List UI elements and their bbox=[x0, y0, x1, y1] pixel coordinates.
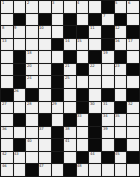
white-cell[interactable] bbox=[115, 76, 127, 88]
white-cell[interactable]: 6 bbox=[127, 1, 139, 13]
white-cell[interactable]: 43 bbox=[14, 152, 26, 164]
black-cell bbox=[14, 64, 26, 76]
white-cell[interactable]: 41 bbox=[64, 139, 76, 151]
white-cell[interactable] bbox=[89, 39, 101, 51]
clue-number: 36 bbox=[2, 127, 7, 131]
clue-number: 44 bbox=[90, 152, 95, 156]
white-cell[interactable] bbox=[52, 114, 64, 126]
clue-number: 3 bbox=[52, 1, 54, 5]
clue-number: 42 bbox=[2, 152, 7, 156]
clue-number: 30 bbox=[90, 102, 95, 106]
white-cell[interactable] bbox=[77, 14, 89, 26]
black-cell bbox=[102, 26, 114, 38]
black-cell bbox=[102, 89, 114, 101]
white-cell[interactable]: 47 bbox=[39, 164, 51, 176]
white-cell[interactable]: 30 bbox=[89, 102, 101, 114]
white-cell[interactable]: 32 bbox=[127, 102, 139, 114]
black-cell bbox=[64, 26, 76, 38]
clue-number: 46 bbox=[2, 164, 7, 168]
clue-number: 37 bbox=[39, 127, 44, 131]
black-cell bbox=[115, 139, 127, 151]
clue-number: 20 bbox=[27, 64, 32, 68]
clue-number: 12 bbox=[115, 26, 120, 30]
black-cell bbox=[14, 76, 26, 88]
clue-number: 19 bbox=[103, 51, 108, 55]
clue-number: 8 bbox=[2, 26, 4, 30]
white-cell[interactable] bbox=[102, 164, 114, 176]
white-cell[interactable] bbox=[14, 127, 26, 139]
white-cell[interactable] bbox=[52, 14, 64, 26]
clue-number: 31 bbox=[103, 102, 108, 106]
white-cell[interactable]: 24 bbox=[26, 76, 38, 88]
black-cell bbox=[14, 51, 26, 63]
black-cell bbox=[52, 64, 64, 76]
clue-number: 24 bbox=[27, 76, 32, 80]
white-cell[interactable] bbox=[39, 64, 51, 76]
black-cell bbox=[64, 51, 76, 63]
black-cell bbox=[127, 26, 139, 38]
white-cell[interactable] bbox=[127, 127, 139, 139]
white-cell[interactable]: 3 bbox=[52, 1, 64, 13]
clue-number: 7 bbox=[103, 14, 105, 18]
white-cell[interactable] bbox=[1, 76, 13, 88]
clue-number: 14 bbox=[65, 39, 70, 43]
clue-number: 38 bbox=[65, 127, 70, 131]
puzzle-page: 1234567891011121314151617181920212223242… bbox=[0, 0, 140, 177]
white-cell[interactable]: 2 bbox=[26, 1, 38, 13]
black-cell bbox=[89, 14, 101, 26]
white-cell[interactable]: 31 bbox=[102, 102, 114, 114]
white-cell[interactable]: 1 bbox=[1, 1, 13, 13]
white-cell[interactable]: 46 bbox=[1, 164, 13, 176]
white-cell[interactable] bbox=[26, 26, 38, 38]
white-cell[interactable] bbox=[89, 76, 101, 88]
white-cell[interactable]: 10 bbox=[39, 26, 51, 38]
white-cell[interactable] bbox=[127, 114, 139, 126]
white-cell[interactable]: 39 bbox=[102, 127, 114, 139]
clue-number: 23 bbox=[115, 64, 120, 68]
white-cell[interactable]: 12 bbox=[115, 26, 127, 38]
black-cell bbox=[89, 51, 101, 63]
black-cell bbox=[77, 152, 89, 164]
black-cell bbox=[64, 114, 76, 126]
white-cell[interactable]: 29 bbox=[52, 102, 64, 114]
black-cell bbox=[77, 89, 89, 101]
white-cell[interactable] bbox=[52, 164, 64, 176]
clue-number: 15 bbox=[77, 39, 82, 43]
white-cell[interactable] bbox=[77, 139, 89, 151]
clue-number: 11 bbox=[90, 26, 95, 30]
clue-number: 21 bbox=[65, 64, 70, 68]
clue-number: 40 bbox=[27, 139, 32, 143]
white-cell[interactable] bbox=[77, 76, 89, 88]
white-cell[interactable]: 27 bbox=[1, 102, 13, 114]
white-cell[interactable]: 36 bbox=[1, 127, 13, 139]
clue-number: 39 bbox=[103, 127, 108, 131]
clue-number: 28 bbox=[27, 102, 32, 106]
black-cell bbox=[26, 164, 38, 176]
white-cell[interactable]: 16 bbox=[115, 39, 127, 51]
white-cell[interactable] bbox=[64, 152, 76, 164]
black-cell bbox=[127, 64, 139, 76]
white-cell[interactable] bbox=[39, 139, 51, 151]
crossword-grid: 1234567891011121314151617181920212223242… bbox=[0, 0, 140, 177]
white-cell[interactable]: 34 bbox=[102, 114, 114, 126]
black-cell bbox=[89, 139, 101, 151]
black-cell bbox=[1, 89, 13, 101]
black-cell bbox=[52, 139, 64, 151]
clue-number: 35 bbox=[115, 114, 120, 118]
white-cell[interactable] bbox=[14, 39, 26, 51]
clue-number: 16 bbox=[115, 39, 120, 43]
white-cell[interactable]: 28 bbox=[26, 102, 38, 114]
clue-number: 29 bbox=[52, 102, 57, 106]
white-cell[interactable] bbox=[64, 89, 76, 101]
white-cell[interactable] bbox=[26, 14, 38, 26]
white-cell[interactable] bbox=[102, 64, 114, 76]
white-cell[interactable] bbox=[64, 1, 76, 13]
white-cell[interactable]: 17 bbox=[127, 39, 139, 51]
clue-number: 9 bbox=[14, 26, 16, 30]
white-cell[interactable] bbox=[39, 152, 51, 164]
black-cell bbox=[64, 14, 76, 26]
black-cell bbox=[127, 152, 139, 164]
clue-number: 13 bbox=[2, 39, 7, 43]
black-cell bbox=[52, 127, 64, 139]
clue-number: 10 bbox=[39, 26, 44, 30]
clue-number: 6 bbox=[128, 1, 130, 5]
white-cell[interactable] bbox=[127, 76, 139, 88]
black-cell bbox=[115, 14, 127, 26]
clue-number: 18 bbox=[27, 51, 32, 55]
white-cell[interactable]: 26 bbox=[14, 89, 26, 101]
white-cell[interactable] bbox=[39, 1, 51, 13]
clue-number: 22 bbox=[90, 64, 95, 68]
white-cell[interactable] bbox=[64, 102, 76, 114]
white-cell[interactable] bbox=[89, 1, 101, 13]
white-cell[interactable] bbox=[77, 51, 89, 63]
clue-number: 2 bbox=[27, 1, 29, 5]
black-cell bbox=[52, 89, 64, 101]
white-cell[interactable] bbox=[1, 139, 13, 151]
black-cell bbox=[89, 114, 101, 126]
white-cell[interactable] bbox=[52, 26, 64, 38]
clue-number: 1 bbox=[2, 1, 4, 5]
black-cell bbox=[77, 64, 89, 76]
white-cell[interactable] bbox=[52, 51, 64, 63]
white-cell[interactable]: 35 bbox=[115, 114, 127, 126]
white-cell[interactable]: 38 bbox=[64, 127, 76, 139]
white-cell[interactable] bbox=[14, 1, 26, 13]
white-cell[interactable]: 48 bbox=[77, 164, 89, 176]
white-cell[interactable] bbox=[14, 164, 26, 176]
white-cell[interactable] bbox=[39, 51, 51, 63]
white-cell[interactable]: 5 bbox=[115, 1, 127, 13]
clue-number: 33 bbox=[77, 114, 82, 118]
white-cell[interactable] bbox=[26, 152, 38, 164]
clue-number: 17 bbox=[128, 39, 133, 43]
white-cell[interactable]: 40 bbox=[26, 139, 38, 151]
clue-number: 45 bbox=[115, 152, 120, 156]
clue-number: 34 bbox=[103, 114, 108, 118]
clue-number: 48 bbox=[77, 164, 82, 168]
white-cell[interactable] bbox=[127, 51, 139, 63]
black-cell bbox=[26, 89, 38, 101]
clue-number: 27 bbox=[2, 102, 7, 106]
black-cell bbox=[14, 14, 26, 26]
clue-number: 4 bbox=[77, 1, 79, 5]
white-cell[interactable]: 9 bbox=[14, 26, 26, 38]
white-cell[interactable]: 4 bbox=[77, 1, 89, 13]
white-cell[interactable] bbox=[127, 139, 139, 151]
white-cell[interactable]: 13 bbox=[1, 39, 13, 51]
white-cell[interactable] bbox=[1, 64, 13, 76]
white-cell[interactable] bbox=[102, 139, 114, 151]
white-cell[interactable]: 42 bbox=[1, 152, 13, 164]
white-cell[interactable] bbox=[26, 114, 38, 126]
white-cell[interactable] bbox=[89, 164, 101, 176]
white-cell[interactable]: 44 bbox=[89, 152, 101, 164]
white-cell[interactable]: 21 bbox=[64, 64, 76, 76]
clue-number: 5 bbox=[115, 1, 117, 5]
white-cell[interactable] bbox=[102, 76, 114, 88]
white-cell[interactable] bbox=[115, 89, 127, 101]
black-cell bbox=[39, 114, 51, 126]
white-cell[interactable] bbox=[1, 114, 13, 126]
black-cell bbox=[102, 39, 114, 51]
black-cell bbox=[52, 39, 64, 51]
white-cell[interactable] bbox=[127, 164, 139, 176]
white-cell[interactable]: 8 bbox=[1, 26, 13, 38]
clue-number: 26 bbox=[14, 89, 19, 93]
white-cell[interactable] bbox=[39, 76, 51, 88]
black-cell bbox=[115, 51, 127, 63]
white-cell[interactable] bbox=[77, 127, 89, 139]
clue-number: 32 bbox=[128, 102, 133, 106]
black-cell bbox=[77, 26, 89, 38]
white-cell[interactable]: 7 bbox=[102, 14, 114, 26]
black-cell bbox=[127, 89, 139, 101]
white-cell[interactable] bbox=[26, 39, 38, 51]
white-cell[interactable]: 19 bbox=[102, 51, 114, 63]
white-cell[interactable] bbox=[26, 127, 38, 139]
clue-number: 41 bbox=[65, 139, 70, 143]
clue-number: 47 bbox=[39, 164, 44, 168]
black-cell bbox=[39, 14, 51, 26]
white-cell[interactable] bbox=[1, 14, 13, 26]
white-cell[interactable]: 33 bbox=[77, 114, 89, 126]
white-cell[interactable]: 20 bbox=[26, 64, 38, 76]
white-cell[interactable]: 15 bbox=[77, 39, 89, 51]
white-cell[interactable] bbox=[39, 89, 51, 101]
black-cell bbox=[64, 164, 76, 176]
white-cell[interactable]: 45 bbox=[115, 152, 127, 164]
black-cell bbox=[102, 1, 114, 13]
black-cell bbox=[102, 152, 114, 164]
white-cell[interactable] bbox=[115, 164, 127, 176]
white-cell[interactable]: 18 bbox=[26, 51, 38, 63]
white-cell[interactable] bbox=[115, 127, 127, 139]
white-cell[interactable]: 23 bbox=[115, 64, 127, 76]
black-cell bbox=[77, 102, 89, 114]
white-cell[interactable] bbox=[89, 89, 101, 101]
white-cell[interactable]: 37 bbox=[39, 127, 51, 139]
black-cell bbox=[89, 127, 101, 139]
black-cell bbox=[14, 139, 26, 151]
clue-number: 43 bbox=[14, 152, 19, 156]
white-cell[interactable] bbox=[1, 51, 13, 63]
white-cell[interactable]: 11 bbox=[89, 26, 101, 38]
black-cell bbox=[52, 76, 64, 88]
clue-number: 25 bbox=[65, 76, 70, 80]
white-cell[interactable] bbox=[39, 39, 51, 51]
black-cell bbox=[52, 152, 64, 164]
white-cell[interactable]: 25 bbox=[64, 76, 76, 88]
white-cell[interactable] bbox=[39, 102, 51, 114]
black-cell bbox=[14, 114, 26, 126]
white-cell[interactable]: 22 bbox=[89, 64, 101, 76]
white-cell[interactable] bbox=[127, 14, 139, 26]
white-cell[interactable]: 14 bbox=[64, 39, 76, 51]
white-cell[interactable] bbox=[14, 102, 26, 114]
black-cell bbox=[115, 102, 127, 114]
